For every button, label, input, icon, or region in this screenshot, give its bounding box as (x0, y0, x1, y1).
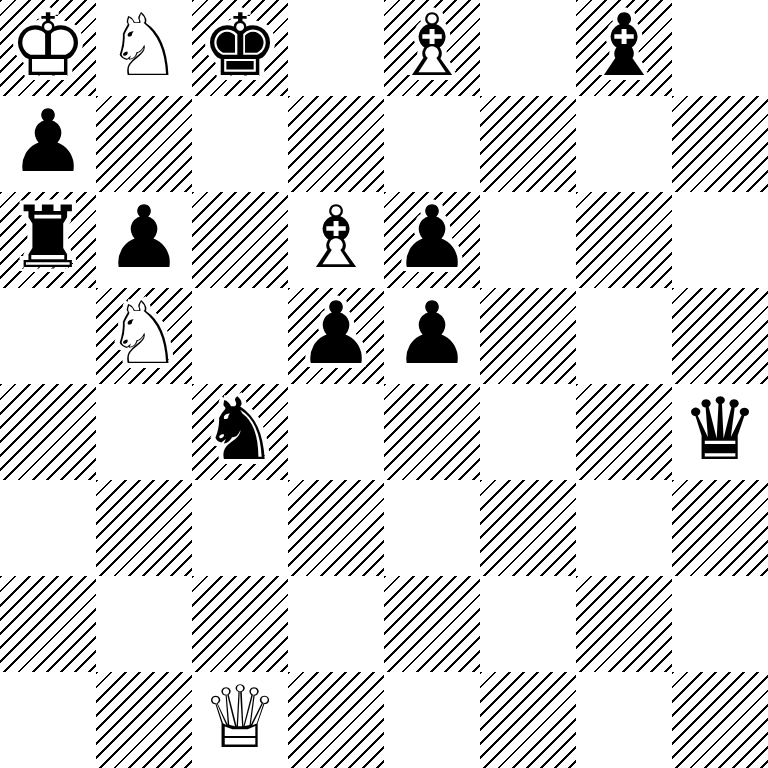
square-h8[interactable] (672, 0, 768, 96)
black-pawn-fill: ♟ (105, 194, 182, 280)
square-g2[interactable] (576, 576, 672, 672)
square-a8[interactable]: ♚♔ (0, 0, 96, 96)
black-pawn-fill: ♟ (393, 194, 470, 280)
square-a7[interactable]: ♟♟ (0, 96, 96, 192)
square-f6[interactable] (480, 192, 576, 288)
square-b2[interactable] (96, 576, 192, 672)
square-e5[interactable]: ♟♟ (384, 288, 480, 384)
square-b5[interactable]: ♞♘ (96, 288, 192, 384)
square-e7[interactable] (384, 96, 480, 192)
white-queen-icon: ♕ (201, 674, 278, 760)
black-pawn-icon: ♟ (297, 290, 374, 376)
square-a2[interactable] (0, 576, 96, 672)
square-d2[interactable] (288, 576, 384, 672)
square-b7[interactable] (96, 96, 192, 192)
white-bishop-icon: ♗ (297, 194, 374, 280)
square-d6[interactable]: ♝♗ (288, 192, 384, 288)
square-a4[interactable] (0, 384, 96, 480)
black-pawn-fill: ♟ (393, 290, 470, 376)
square-g1[interactable] (576, 672, 672, 768)
square-a1[interactable] (0, 672, 96, 768)
white-queen-fill: ♛ (201, 674, 278, 760)
white-bishop-icon: ♗ (393, 2, 470, 88)
square-g8[interactable]: ♝♝ (576, 0, 672, 96)
black-king-icon: ♚ (201, 2, 278, 88)
square-c1[interactable]: ♛♕ (192, 672, 288, 768)
square-e2[interactable] (384, 576, 480, 672)
black-knight-icon: ♞ (201, 386, 278, 472)
square-h2[interactable] (672, 576, 768, 672)
square-e8[interactable]: ♝♗ (384, 0, 480, 96)
square-b3[interactable] (96, 480, 192, 576)
black-pawn-icon: ♟ (105, 194, 182, 280)
square-a3[interactable] (0, 480, 96, 576)
square-g4[interactable] (576, 384, 672, 480)
square-c8[interactable]: ♚♚ (192, 0, 288, 96)
black-pawn-icon: ♟ (9, 98, 86, 184)
square-e4[interactable] (384, 384, 480, 480)
square-f1[interactable] (480, 672, 576, 768)
square-f5[interactable] (480, 288, 576, 384)
white-bishop-fill: ♝ (393, 2, 470, 88)
square-h4[interactable]: ♛♛ (672, 384, 768, 480)
square-g7[interactable] (576, 96, 672, 192)
white-bishop-fill: ♝ (297, 194, 374, 280)
square-d1[interactable] (288, 672, 384, 768)
square-a5[interactable] (0, 288, 96, 384)
square-g6[interactable] (576, 192, 672, 288)
square-d4[interactable] (288, 384, 384, 480)
square-f8[interactable] (480, 0, 576, 96)
square-c5[interactable] (192, 288, 288, 384)
white-knight-fill: ♞ (105, 290, 182, 376)
square-b1[interactable] (96, 672, 192, 768)
black-pawn-icon: ♟ (393, 194, 470, 280)
square-h3[interactable] (672, 480, 768, 576)
black-knight-fill: ♞ (201, 386, 278, 472)
square-d5[interactable]: ♟♟ (288, 288, 384, 384)
square-a6[interactable]: ♜♜ (0, 192, 96, 288)
black-pawn-icon: ♟ (393, 290, 470, 376)
square-c7[interactable] (192, 96, 288, 192)
square-c4[interactable]: ♞♞ (192, 384, 288, 480)
square-g5[interactable] (576, 288, 672, 384)
square-f2[interactable] (480, 576, 576, 672)
square-c6[interactable] (192, 192, 288, 288)
black-queen-fill: ♛ (681, 386, 758, 472)
square-g3[interactable] (576, 480, 672, 576)
square-h5[interactable] (672, 288, 768, 384)
square-e6[interactable]: ♟♟ (384, 192, 480, 288)
black-pawn-fill: ♟ (297, 290, 374, 376)
white-king-fill: ♚ (9, 2, 86, 88)
white-king-icon: ♔ (9, 2, 86, 88)
white-knight-icon: ♘ (105, 2, 182, 88)
square-b8[interactable]: ♞♘ (96, 0, 192, 96)
square-f3[interactable] (480, 480, 576, 576)
white-knight-fill: ♞ (105, 2, 182, 88)
square-d7[interactable] (288, 96, 384, 192)
black-rook-fill: ♜ (9, 194, 86, 280)
square-f4[interactable] (480, 384, 576, 480)
black-queen-icon: ♛ (681, 386, 758, 472)
black-rook-icon: ♜ (9, 194, 86, 280)
chess-board: ♚♔♞♘♚♚♝♗♝♝♟♟♜♜♟♟♝♗♟♟♞♘♟♟♟♟♞♞♛♛♛♕ (0, 0, 768, 768)
square-b4[interactable] (96, 384, 192, 480)
square-d3[interactable] (288, 480, 384, 576)
black-bishop-fill: ♝ (585, 2, 662, 88)
square-e1[interactable] (384, 672, 480, 768)
white-knight-icon: ♘ (105, 290, 182, 376)
square-d8[interactable] (288, 0, 384, 96)
black-bishop-icon: ♝ (585, 2, 662, 88)
square-b6[interactable]: ♟♟ (96, 192, 192, 288)
black-pawn-fill: ♟ (9, 98, 86, 184)
square-f7[interactable] (480, 96, 576, 192)
black-king-fill: ♚ (201, 2, 278, 88)
square-h1[interactable] (672, 672, 768, 768)
square-c3[interactable] (192, 480, 288, 576)
square-e3[interactable] (384, 480, 480, 576)
square-h6[interactable] (672, 192, 768, 288)
square-h7[interactable] (672, 96, 768, 192)
square-c2[interactable] (192, 576, 288, 672)
